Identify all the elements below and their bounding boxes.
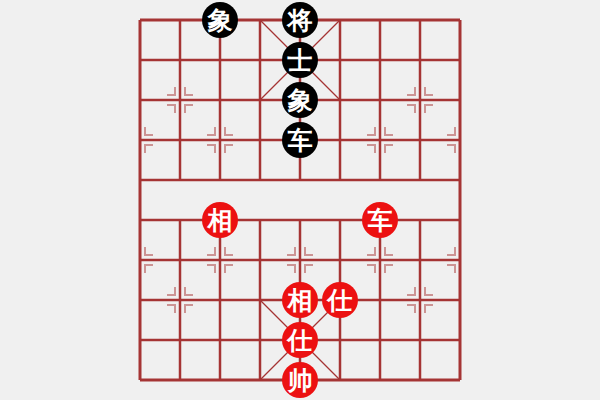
piece-black-general[interactable]: 将 [282, 2, 318, 38]
pieces-grid: 象将士象车相车相仕仕帅 [120, 0, 480, 400]
piece-red-general[interactable]: 帅 [282, 362, 318, 398]
piece-red-advisor[interactable]: 仕 [322, 282, 358, 318]
piece-black-elephant[interactable]: 象 [202, 2, 238, 38]
piece-red-chariot[interactable]: 车 [362, 202, 398, 238]
piece-black-elephant[interactable]: 象 [282, 82, 318, 118]
piece-red-elephant[interactable]: 相 [282, 282, 318, 318]
piece-black-chariot[interactable]: 车 [282, 122, 318, 158]
piece-black-advisor[interactable]: 士 [282, 42, 318, 78]
piece-red-elephant[interactable]: 相 [202, 202, 238, 238]
xiangqi-diagram: 象将士象车相车相仕仕帅 [0, 0, 600, 400]
piece-red-advisor[interactable]: 仕 [282, 322, 318, 358]
